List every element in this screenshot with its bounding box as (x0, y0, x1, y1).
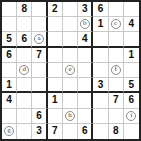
cell-r1c8[interactable] (109, 2, 124, 17)
given-digit: 5 (6, 34, 12, 44)
cell-r5c5[interactable]: e (63, 63, 78, 78)
cell-r1c5[interactable] (63, 2, 78, 17)
given-digit: 6 (36, 111, 42, 121)
cell-r6c9[interactable]: 5 (124, 78, 139, 93)
sudoku-board: 8236b1c456a4671def13541766hig3768 (0, 0, 141, 141)
cell-r2c8[interactable]: c (109, 17, 124, 32)
given-digit: 6 (98, 4, 104, 14)
cell-r7c9[interactable]: 6 (124, 93, 139, 108)
circled-letter-e: e (65, 65, 75, 75)
circled-letter-c: c (111, 19, 121, 29)
cell-r2c1[interactable] (2, 17, 17, 32)
given-digit: 3 (98, 80, 104, 90)
cell-r5c2[interactable]: d (17, 63, 32, 78)
given-digit: 8 (22, 4, 28, 14)
cell-r8c2[interactable] (17, 109, 32, 124)
cell-r2c9[interactable]: 4 (124, 17, 139, 32)
given-digit: 5 (129, 80, 135, 90)
cell-r7c7[interactable] (93, 93, 108, 108)
cell-r5c3[interactable] (32, 63, 47, 78)
circled-letter-h: h (65, 111, 75, 121)
cell-r5c8[interactable]: f (109, 63, 124, 78)
cell-r3c6[interactable]: 4 (78, 32, 93, 47)
cell-r4c1[interactable]: 6 (2, 48, 17, 63)
cell-r6c8[interactable] (109, 78, 124, 93)
cell-r7c1[interactable]: 4 (2, 93, 17, 108)
cell-r2c7[interactable]: 1 (93, 17, 108, 32)
given-digit: 7 (113, 95, 119, 105)
circled-letter-b: b (80, 19, 90, 29)
cell-r2c4[interactable] (48, 17, 63, 32)
cell-r1c1[interactable] (2, 2, 17, 17)
circled-letter-i: i (126, 111, 136, 121)
cell-r7c3[interactable] (32, 93, 47, 108)
circled-letter-g: g (4, 126, 14, 136)
given-digit: 4 (82, 34, 88, 44)
cell-r2c2[interactable] (17, 17, 32, 32)
cell-r6c5[interactable] (63, 78, 78, 93)
cell-r7c4[interactable]: 1 (48, 93, 63, 108)
cell-r6c2[interactable] (17, 78, 32, 93)
cell-r6c7[interactable]: 3 (93, 78, 108, 93)
cell-r7c2[interactable] (17, 93, 32, 108)
given-digit: 3 (82, 4, 88, 14)
cell-r2c3[interactable] (32, 17, 47, 32)
circled-letter-f: f (111, 65, 121, 75)
cell-r8c5[interactable]: h (63, 109, 78, 124)
cell-r3c2[interactable]: 6 (17, 32, 32, 47)
given-digit: 7 (52, 126, 58, 136)
cell-r9c7[interactable] (93, 124, 108, 139)
cell-r4c2[interactable] (17, 48, 32, 63)
given-digit: 1 (98, 19, 104, 29)
cell-r5c4[interactable] (48, 63, 63, 78)
cell-r8c3[interactable]: 6 (32, 109, 47, 124)
cell-r4c3[interactable]: 7 (32, 48, 47, 63)
cell-r8c4[interactable] (48, 109, 63, 124)
cell-r7c6[interactable] (78, 93, 93, 108)
cell-r3c9[interactable] (124, 32, 139, 47)
cell-r7c5[interactable] (63, 93, 78, 108)
cell-r6c1[interactable]: 1 (2, 78, 17, 93)
cell-r8c7[interactable] (93, 109, 108, 124)
cell-r5c1[interactable] (2, 63, 17, 78)
cell-r4c4[interactable] (48, 48, 63, 63)
cell-r1c4[interactable]: 2 (48, 2, 63, 17)
cell-r3c7[interactable] (93, 32, 108, 47)
given-digit: 6 (129, 95, 135, 105)
cell-r9c4[interactable]: 7 (48, 124, 63, 139)
cell-r9c2[interactable] (17, 124, 32, 139)
cell-r2c5[interactable] (63, 17, 78, 32)
cell-r3c4[interactable] (48, 32, 63, 47)
cell-r5c7[interactable] (93, 63, 108, 78)
cell-r1c3[interactable] (32, 2, 47, 17)
cell-r7c8[interactable]: 7 (109, 93, 124, 108)
cell-r1c7[interactable]: 6 (93, 2, 108, 17)
given-digit: 6 (82, 126, 88, 136)
cell-r3c1[interactable]: 5 (2, 32, 17, 47)
cell-r6c4[interactable] (48, 78, 63, 93)
cell-r9c6[interactable]: 6 (78, 124, 93, 139)
given-digit: 4 (129, 19, 135, 29)
cell-r5c9[interactable] (124, 63, 139, 78)
cell-r9c5[interactable] (63, 124, 78, 139)
given-digit: 1 (52, 95, 58, 105)
cell-r4c5[interactable] (63, 48, 78, 63)
cell-r1c2[interactable]: 8 (17, 2, 32, 17)
cell-r9c3[interactable]: 3 (32, 124, 47, 139)
cell-r8c6[interactable] (78, 109, 93, 124)
given-digit: 7 (36, 50, 42, 60)
given-digit: 4 (6, 95, 12, 105)
cell-r6c6[interactable] (78, 78, 93, 93)
cell-r9c1[interactable]: g (2, 124, 17, 139)
cell-r3c3[interactable]: a (32, 32, 47, 47)
cell-r4c6[interactable] (78, 48, 93, 63)
circled-letter-d: d (19, 65, 29, 75)
cell-r1c9[interactable] (124, 2, 139, 17)
cell-r8c8[interactable] (109, 109, 124, 124)
given-digit: 1 (6, 80, 12, 90)
cell-r2c6[interactable]: b (78, 17, 93, 32)
given-digit: 6 (22, 34, 28, 44)
cell-r4c7[interactable] (93, 48, 108, 63)
cell-r3c8[interactable] (109, 32, 124, 47)
cell-r3c5[interactable] (63, 32, 78, 47)
cell-r4c9[interactable]: 1 (124, 48, 139, 63)
given-digit: 1 (129, 50, 135, 60)
cell-r9c9[interactable] (124, 124, 139, 139)
cell-r6c3[interactable] (32, 78, 47, 93)
given-digit: 3 (36, 126, 42, 136)
cell-r4c8[interactable] (109, 48, 124, 63)
given-digit: 6 (6, 50, 12, 60)
circled-letter-a: a (34, 34, 44, 44)
cell-r8c9[interactable]: i (124, 109, 139, 124)
given-digit: 2 (52, 4, 58, 14)
cell-r9c8[interactable]: 8 (109, 124, 124, 139)
cell-r1c6[interactable]: 3 (78, 2, 93, 17)
given-digit: 8 (113, 126, 119, 136)
cell-r5c6[interactable] (78, 63, 93, 78)
cell-r8c1[interactable] (2, 109, 17, 124)
